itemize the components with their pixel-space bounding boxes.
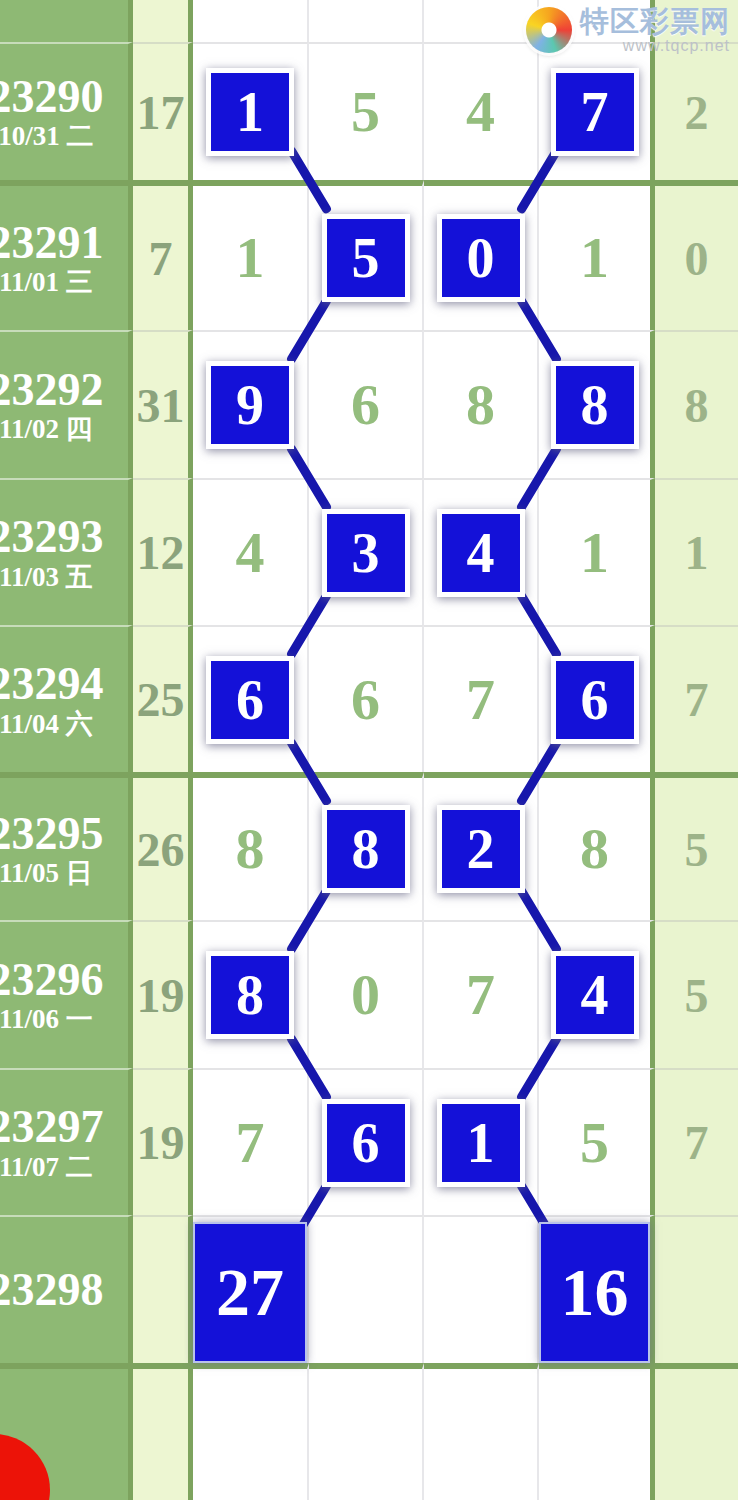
digit-cell xyxy=(539,1363,655,1500)
sum-cell xyxy=(133,1215,193,1363)
site-url: www.tqcp.net xyxy=(580,37,730,55)
draw-number: 23296 xyxy=(0,955,134,1005)
site-name: 特区彩票网 xyxy=(580,6,730,38)
digit: 1 xyxy=(580,524,609,582)
digit: 5 xyxy=(351,83,380,141)
hot-digit: 9 xyxy=(206,361,294,449)
sum-cell: 12 xyxy=(133,478,193,625)
digit-cell: 2 xyxy=(424,772,539,920)
digit-cell: 0 xyxy=(424,180,539,330)
digit-cell: 5 xyxy=(309,180,424,330)
draw-number: 23297 xyxy=(0,1102,134,1152)
hot-digit: 4 xyxy=(437,509,525,597)
digit: 7 xyxy=(466,671,495,729)
hot-digit: 8 xyxy=(206,951,294,1039)
digit: 0 xyxy=(351,966,380,1024)
sum-value: 25 xyxy=(137,672,185,727)
hot-digit: 6 xyxy=(551,656,639,744)
tail-cell: 7 xyxy=(655,625,738,772)
lottery-trend-chart: 23290 10/31 二 17 1 5 4 7 2 23291 11/01 三… xyxy=(0,0,738,1500)
digit-cell: 27 xyxy=(193,1215,309,1363)
sum-value: 19 xyxy=(137,968,185,1023)
draw-cell: 23298 xyxy=(0,1215,133,1363)
draw-row-23294: 23294 11/04 六 25 6 6 7 6 7 xyxy=(0,625,738,772)
hot-digit: 8 xyxy=(551,361,639,449)
digit-cell: 5 xyxy=(309,42,424,180)
hot-digit: 1 xyxy=(437,1099,525,1187)
tail-value: 7 xyxy=(685,1115,709,1170)
tail-value: 1 xyxy=(685,525,709,580)
sum-value: 17 xyxy=(137,85,185,140)
hot-digit: 5 xyxy=(322,214,410,302)
hot-digit: 1 xyxy=(206,68,294,156)
digit-cell: 5 xyxy=(539,1068,655,1215)
draw-label: 23297 11/07 二 xyxy=(0,1102,134,1183)
sum-cell xyxy=(133,0,193,42)
draw-row-23291: 23291 11/01 三 7 1 5 0 1 0 xyxy=(0,180,738,330)
digit-cell: 1 xyxy=(539,180,655,330)
draw-number: 23291 xyxy=(0,218,134,268)
digit-cell: 9 xyxy=(193,330,309,478)
digit-cell xyxy=(309,1215,424,1363)
tail-cell: 5 xyxy=(655,772,738,920)
digit-cell xyxy=(424,1363,539,1500)
sum-cell: 31 xyxy=(133,330,193,478)
digit-cell: 1 xyxy=(193,180,309,330)
digit-cell: 4 xyxy=(424,478,539,625)
tail-cell xyxy=(655,1363,738,1500)
draw-label: 23292 11/02 四 xyxy=(0,365,134,446)
sum-cell xyxy=(133,1363,193,1500)
digit-cell: 8 xyxy=(424,330,539,478)
empty-row xyxy=(0,1363,738,1500)
digit-cell: 7 xyxy=(193,1068,309,1215)
draw-cell: 23293 11/03 五 xyxy=(0,478,133,625)
hot-digit: 2 xyxy=(437,805,525,893)
total-block-right: 16 xyxy=(539,1222,650,1363)
digit-cell xyxy=(424,0,539,42)
digit: 4 xyxy=(236,524,265,582)
sum-value: 31 xyxy=(137,378,185,433)
draw-label: 23294 11/04 六 xyxy=(0,659,134,740)
digit: 6 xyxy=(351,376,380,434)
digit-cell: 8 xyxy=(309,772,424,920)
draw-number: 23294 xyxy=(0,659,134,709)
sum-cell: 26 xyxy=(133,772,193,920)
draw-date: 11/04 六 xyxy=(0,709,134,740)
digit-cell: 1 xyxy=(424,1068,539,1215)
draw-cell: 23290 10/31 二 xyxy=(0,42,133,180)
tail-cell: 8 xyxy=(655,330,738,478)
digit-cell: 6 xyxy=(309,625,424,772)
digit-cell xyxy=(193,1363,309,1500)
draw-date: 11/05 日 xyxy=(0,858,134,889)
draw-cell: 23297 11/07 二 xyxy=(0,1068,133,1215)
hot-digit: 8 xyxy=(322,805,410,893)
draw-cell: 23294 11/04 六 xyxy=(0,625,133,772)
draw-cell: 23292 11/02 四 xyxy=(0,330,133,478)
draw-row-23292: 23292 11/02 四 31 9 6 8 8 8 xyxy=(0,330,738,478)
digit-cell xyxy=(193,0,309,42)
draw-row-23290: 23290 10/31 二 17 1 5 4 7 2 xyxy=(0,42,738,180)
digit: 7 xyxy=(466,966,495,1024)
draw-label: 23291 11/01 三 xyxy=(0,218,134,299)
digit-cell: 8 xyxy=(193,920,309,1068)
hot-digit: 7 xyxy=(551,68,639,156)
digit: 8 xyxy=(236,820,265,878)
digit-cell: 3 xyxy=(309,478,424,625)
draw-cell xyxy=(0,0,133,42)
tail-value: 7 xyxy=(685,672,709,727)
draw-label: 23290 10/31 二 xyxy=(0,72,134,153)
sum-value: 26 xyxy=(137,822,185,877)
digit: 6 xyxy=(351,671,380,729)
digit: 1 xyxy=(580,229,609,287)
hot-digit: 0 xyxy=(437,214,525,302)
digit-cell xyxy=(309,0,424,42)
sum-value: 7 xyxy=(149,231,173,286)
sum-cell: 17 xyxy=(133,42,193,180)
hot-digit: 3 xyxy=(322,509,410,597)
draw-row-23295: 23295 11/05 日 26 8 8 2 8 5 xyxy=(0,772,738,920)
draw-date: 10/31 二 xyxy=(0,121,134,152)
draw-number: 23295 xyxy=(0,809,134,859)
digit-cell: 8 xyxy=(539,330,655,478)
logo-swirl-icon xyxy=(526,7,572,53)
digit-cell: 7 xyxy=(539,42,655,180)
sum-value: 12 xyxy=(137,525,185,580)
draw-cell: 23295 11/05 日 xyxy=(0,772,133,920)
digit: 7 xyxy=(236,1114,265,1172)
sum-cell: 19 xyxy=(133,1068,193,1215)
digit: 4 xyxy=(466,83,495,141)
digit-cell: 4 xyxy=(193,478,309,625)
draw-row-23297: 23297 11/07 二 19 7 6 1 5 7 xyxy=(0,1068,738,1215)
draw-date: 11/07 二 xyxy=(0,1152,134,1183)
digit-cell: 4 xyxy=(424,42,539,180)
draw-cell: 23296 11/06 一 xyxy=(0,920,133,1068)
digit-cell: 16 xyxy=(539,1215,655,1363)
draw-row-23298: 23298 27 16 xyxy=(0,1215,738,1363)
digit-cell: 6 xyxy=(309,1068,424,1215)
tail-cell: 7 xyxy=(655,1068,738,1215)
sum-cell: 7 xyxy=(133,180,193,330)
hot-digit: 4 xyxy=(551,951,639,1039)
draw-cell: 23291 11/01 三 xyxy=(0,180,133,330)
logo-text: 特区彩票网 www.tqcp.net xyxy=(580,6,730,55)
digit-cell: 7 xyxy=(424,625,539,772)
digit: 5 xyxy=(580,1114,609,1172)
draw-date: 11/03 五 xyxy=(0,562,134,593)
draw-label: 23293 11/03 五 xyxy=(0,512,134,593)
hot-digit: 6 xyxy=(206,656,294,744)
draw-label: 23298 xyxy=(0,1265,134,1315)
draw-label: 23295 11/05 日 xyxy=(0,809,134,890)
tail-cell: 2 xyxy=(655,42,738,180)
draw-date: 11/06 一 xyxy=(0,1004,134,1035)
draw-number: 23298 xyxy=(0,1265,134,1315)
sum-cell: 19 xyxy=(133,920,193,1068)
digit: 8 xyxy=(580,820,609,878)
digit-cell: 6 xyxy=(539,625,655,772)
tail-cell: 5 xyxy=(655,920,738,1068)
tail-cell xyxy=(655,1215,738,1363)
tail-value: 2 xyxy=(685,85,709,140)
digit-cell: 4 xyxy=(539,920,655,1068)
draw-label: 23296 11/06 一 xyxy=(0,955,134,1036)
digit-cell: 6 xyxy=(309,330,424,478)
tail-value: 5 xyxy=(685,968,709,1023)
hot-digit: 6 xyxy=(322,1099,410,1187)
draw-date: 11/02 四 xyxy=(0,414,134,445)
digit-cell: 0 xyxy=(309,920,424,1068)
total-block-left: 27 xyxy=(193,1222,307,1363)
digit-cell: 8 xyxy=(193,772,309,920)
digit-cell xyxy=(309,1363,424,1500)
draw-row-23296: 23296 11/06 一 19 8 0 7 4 5 xyxy=(0,920,738,1068)
draw-number: 23292 xyxy=(0,365,134,415)
digit-cell: 1 xyxy=(193,42,309,180)
digit: 1 xyxy=(236,229,265,287)
digit-cell: 6 xyxy=(193,625,309,772)
sum-cell: 25 xyxy=(133,625,193,772)
draw-date: 11/01 三 xyxy=(0,267,134,298)
draw-number: 23290 xyxy=(0,72,134,122)
draw-number: 23293 xyxy=(0,512,134,562)
digit-cell: 7 xyxy=(424,920,539,1068)
sum-value: 19 xyxy=(137,1115,185,1170)
tail-cell: 1 xyxy=(655,478,738,625)
tail-value: 8 xyxy=(685,378,709,433)
tail-value: 5 xyxy=(685,822,709,877)
digit-cell: 1 xyxy=(539,478,655,625)
digit-cell xyxy=(424,1215,539,1363)
digit-cell: 8 xyxy=(539,772,655,920)
tail-value: 0 xyxy=(685,231,709,286)
tail-cell: 0 xyxy=(655,180,738,330)
draw-row-23293: 23293 11/03 五 12 4 3 4 1 1 xyxy=(0,478,738,625)
digit: 8 xyxy=(466,376,495,434)
site-watermark: 特区彩票网 www.tqcp.net xyxy=(526,6,730,55)
